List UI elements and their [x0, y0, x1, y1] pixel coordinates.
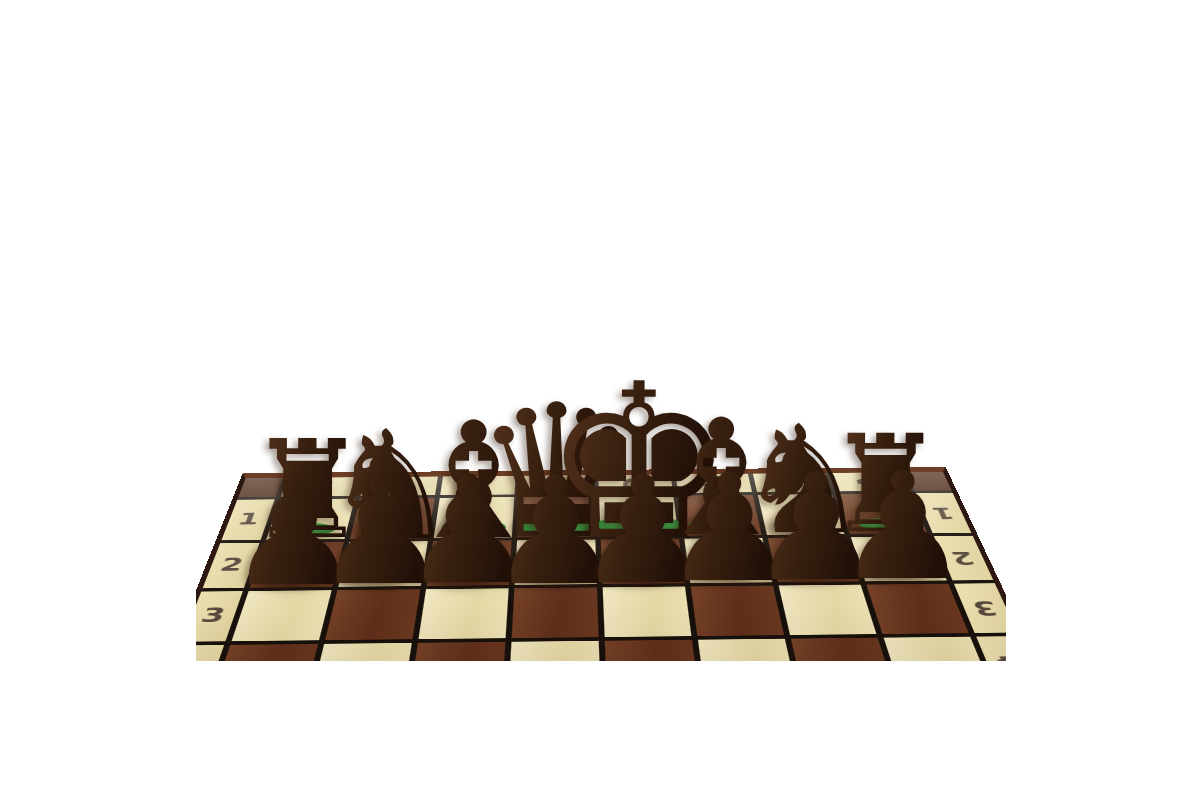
- pieces-layer: ♜♞♝♛♚♝♞♜♟♟♟♟♟♟♟♟: [196, 90, 1006, 661]
- product-photo: HGFEDCBA1122334455667788HGFEDCBA ♜♞♝♛♚♝♞…: [0, 0, 1200, 800]
- piece-pawn-a2[interactable]: ♟: [836, 453, 969, 602]
- chessboard-photo: HGFEDCBA1122334455667788HGFEDCBA ♜♞♝♛♚♝♞…: [196, 90, 1006, 661]
